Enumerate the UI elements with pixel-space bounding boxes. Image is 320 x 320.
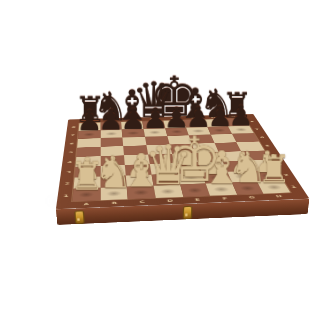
coordinate-label: H [264,193,294,199]
coordinate-label: G [237,194,267,200]
chess-board: ABCDEFGH ABCDEFGH 87654321 87654321 ♜♞♝♛… [56,114,310,209]
black-pawn[interactable]: ♟ [76,106,102,135]
perspective-scene: ABCDEFGH ABCDEFGH 87654321 87654321 ♜♞♝♛… [0,0,320,320]
brass-clasp-left [75,210,85,224]
coordinate-label: B [100,200,128,207]
coordinate-label: F [210,195,239,202]
square-a1[interactable]: ♜ [72,188,100,201]
black-pawn[interactable]: ♟ [142,104,168,133]
coordinate-label: D [156,197,185,204]
coordinate-label: 6 [66,139,77,148]
square-b1[interactable]: ♞ [100,187,128,200]
coordinate-label: A [72,201,100,208]
coordinate-label: C [128,199,157,206]
brass-clasp-center [182,206,192,220]
coordinate-label: E [183,196,212,203]
white-rook[interactable]: ♜ [69,156,104,195]
chess-set-photo: ABCDEFGH ABCDEFGH 87654321 87654321 ♜♞♝♛… [0,0,320,320]
black-pawn[interactable]: ♟ [120,105,146,134]
